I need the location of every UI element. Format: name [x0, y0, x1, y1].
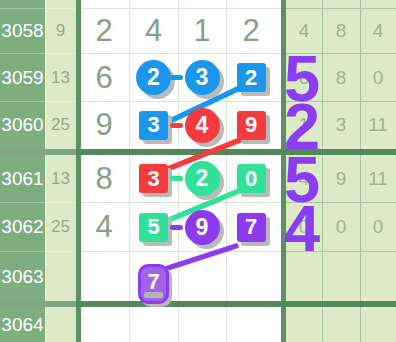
issue-label: 3064: [0, 307, 45, 342]
digit-cell: 6: [80, 54, 128, 101]
digit-cell: 2: [80, 9, 128, 53]
trend-dash-blue: [170, 75, 183, 80]
sum-value: 25: [45, 203, 76, 251]
marker-square-blue: 2: [237, 63, 266, 92]
issue-label: 3059: [0, 54, 45, 101]
issue-label: 3058: [0, 9, 45, 53]
digit-cell: 4: [130, 9, 178, 53]
marker-circle-blue: 2: [136, 60, 171, 95]
sum-value: 13: [45, 54, 76, 101]
marker-square-red: 9: [237, 111, 266, 140]
trend-dash-red: [170, 123, 183, 128]
grid-line-horizontal: [81, 251, 281, 252]
group-divider: [76, 301, 396, 307]
marker-square-red: 3: [139, 164, 168, 193]
marker-square-outlined-purple: 7: [138, 264, 169, 304]
marker-digit: 7: [141, 268, 166, 296]
stat-value: 8: [321, 54, 361, 101]
lottery-trend-chart: 3058924124843059136232680530602593491311…: [0, 0, 396, 342]
marker-circle-blue: 3: [185, 60, 220, 95]
stat-value: 11: [358, 101, 396, 149]
digit-cell: 2: [227, 9, 275, 53]
sum-value: 13: [45, 155, 76, 202]
trend-dash-green: [170, 176, 183, 181]
digit-cell: 9: [80, 101, 128, 149]
marker-square-green: 0: [237, 164, 266, 193]
stat-value: 0: [358, 203, 396, 251]
sum-value: 25: [45, 101, 76, 149]
marker-square-blue: 3: [139, 111, 168, 140]
marker-square-purple: 7: [237, 213, 266, 242]
stat-value: 8: [321, 9, 361, 53]
stat-value: 0: [358, 54, 396, 101]
stat-value: 9: [321, 155, 361, 202]
annotation-digit: 4: [283, 199, 321, 257]
digit-cell: 4: [80, 203, 128, 251]
digit-cell: 8: [80, 155, 128, 202]
issue-label: 3061: [0, 155, 45, 202]
marker-circle-purple: 9: [185, 210, 220, 245]
trend-dash-purple: [170, 225, 183, 230]
issue-label: 3063: [0, 252, 45, 301]
marker-square-green: 5: [139, 213, 168, 242]
stat-value: 11: [358, 155, 396, 202]
issue-label: 3060: [0, 101, 45, 149]
marker-circle-green: 2: [185, 161, 220, 196]
digit-cell: 1: [178, 9, 226, 53]
stat-value: 4: [358, 9, 396, 53]
issue-label: 3062: [0, 203, 45, 251]
marker-circle-red: 4: [185, 108, 220, 143]
stat-value: 3: [321, 101, 361, 149]
stat-value: 0: [321, 203, 361, 251]
sum-value: 9: [45, 9, 76, 53]
